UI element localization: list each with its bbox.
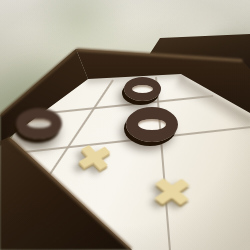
- piece-o-r1c0[interactable]: [16, 108, 62, 139]
- piece-o-r1c1[interactable]: [126, 107, 178, 142]
- cell-r0c2[interactable]: [163, 72, 242, 113]
- piece-x-r2c2[interactable]: ✖: [150, 172, 194, 212]
- cell-r2c0[interactable]: [6, 154, 85, 204]
- cell-r1c0[interactable]: [6, 113, 85, 154]
- board: ✖ ✖: [6, 72, 242, 204]
- cell-r2c2[interactable]: ✖: [163, 154, 242, 204]
- piece-o-r0c1[interactable]: [124, 77, 161, 101]
- cell-r0c0[interactable]: [6, 72, 85, 113]
- photo-scene: ✖ ✖: [0, 0, 250, 250]
- piece-x-r2c1[interactable]: ✖: [72, 139, 115, 177]
